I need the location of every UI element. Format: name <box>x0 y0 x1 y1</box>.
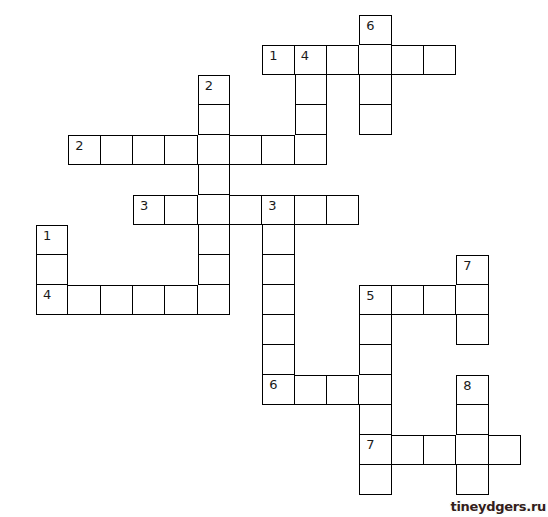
cell-r12c9[interactable] <box>327 375 359 405</box>
cell-r6c5[interactable] <box>198 195 230 225</box>
watermark: tineydgers.ru <box>451 499 547 514</box>
clue-number-8: 8 <box>463 379 471 392</box>
cell-r8c7[interactable] <box>262 255 294 285</box>
cell-r3c5[interactable] <box>198 105 230 135</box>
cell-r6c9[interactable] <box>327 195 359 225</box>
cell-r7c7[interactable] <box>262 225 294 255</box>
cell-r12c7[interactable]: 6 <box>262 375 294 405</box>
cell-r6c7[interactable]: 3 <box>262 195 294 225</box>
clue-number-7: 7 <box>463 259 471 272</box>
cell-r13c10[interactable] <box>359 405 391 435</box>
cell-r9c0[interactable]: 4 <box>36 285 68 315</box>
clue-number-7: 7 <box>366 438 374 451</box>
clue-number-2: 2 <box>205 79 213 92</box>
cell-r1c12[interactable] <box>424 45 456 75</box>
cell-r14c12[interactable] <box>424 435 456 465</box>
cell-r6c6[interactable] <box>230 195 262 225</box>
cell-r14c11[interactable] <box>392 435 424 465</box>
cell-r14c10[interactable]: 7 <box>359 435 391 465</box>
clue-number-6: 6 <box>366 19 374 32</box>
cell-r10c10[interactable] <box>359 315 391 345</box>
cell-r4c8[interactable] <box>295 135 327 165</box>
cell-r9c1[interactable] <box>68 285 100 315</box>
clue-number-4: 4 <box>43 288 51 301</box>
cell-r2c5[interactable]: 2 <box>198 75 230 105</box>
cell-r2c8[interactable] <box>295 75 327 105</box>
cell-r1c10[interactable] <box>359 45 391 75</box>
cell-r10c13[interactable] <box>456 315 488 345</box>
cell-r8c5[interactable] <box>198 255 230 285</box>
cell-r9c2[interactable] <box>101 285 133 315</box>
clue-number-6: 6 <box>269 378 277 391</box>
cell-r4c5[interactable] <box>198 135 230 165</box>
cell-r1c7[interactable]: 1 <box>262 45 294 75</box>
cell-r11c10[interactable] <box>359 345 391 375</box>
cell-r1c8[interactable]: 4 <box>295 45 327 75</box>
cell-r2c10[interactable] <box>359 75 391 105</box>
cell-r8c13[interactable]: 7 <box>456 255 488 285</box>
clue-number-1: 1 <box>269 49 277 62</box>
cell-r6c4[interactable] <box>165 195 197 225</box>
crossword-page: 61422331745687 tineydgers.ru <box>0 0 548 517</box>
cell-r4c1[interactable]: 2 <box>68 135 100 165</box>
cell-r9c5[interactable] <box>198 285 230 315</box>
cell-r9c11[interactable] <box>392 285 424 315</box>
cell-r4c2[interactable] <box>101 135 133 165</box>
cell-r7c0[interactable]: 1 <box>36 225 68 255</box>
clue-number-2: 2 <box>75 139 83 152</box>
cell-r15c10[interactable] <box>359 465 391 495</box>
crossword-board: 61422331745687 <box>36 15 521 495</box>
clue-number-1: 1 <box>43 229 51 242</box>
cell-r12c10[interactable] <box>359 375 391 405</box>
cell-r6c8[interactable] <box>295 195 327 225</box>
clue-number-3: 3 <box>268 199 276 212</box>
clue-number-4: 4 <box>301 49 309 62</box>
cell-r4c7[interactable] <box>262 135 294 165</box>
cell-r11c7[interactable] <box>262 345 294 375</box>
cell-r15c13[interactable] <box>456 465 488 495</box>
cell-r9c13[interactable] <box>456 285 488 315</box>
cell-r10c7[interactable] <box>262 315 294 345</box>
cell-r13c13[interactable] <box>456 405 488 435</box>
cell-r12c8[interactable] <box>295 375 327 405</box>
cell-r14c13[interactable] <box>456 435 488 465</box>
cell-r1c11[interactable] <box>392 45 424 75</box>
cell-r3c10[interactable] <box>359 105 391 135</box>
clue-number-5: 5 <box>366 289 374 302</box>
cell-r1c9[interactable] <box>327 45 359 75</box>
cell-r4c3[interactable] <box>133 135 165 165</box>
cell-r3c8[interactable] <box>295 105 327 135</box>
cell-r14c14[interactable] <box>489 435 521 465</box>
cell-r12c13[interactable]: 8 <box>456 375 488 405</box>
cell-r6c3[interactable]: 3 <box>133 195 165 225</box>
cell-r0c10[interactable]: 6 <box>359 15 391 45</box>
cell-r7c5[interactable] <box>198 225 230 255</box>
cell-r9c4[interactable] <box>165 285 197 315</box>
cell-r4c4[interactable] <box>165 135 197 165</box>
cell-r9c7[interactable] <box>262 285 294 315</box>
cell-r9c12[interactable] <box>424 285 456 315</box>
cell-r9c10[interactable]: 5 <box>359 285 391 315</box>
cell-r5c5[interactable] <box>198 165 230 195</box>
clue-number-3: 3 <box>140 199 148 212</box>
cell-r9c3[interactable] <box>133 285 165 315</box>
cell-r4c6[interactable] <box>230 135 262 165</box>
cell-r8c0[interactable] <box>36 255 68 285</box>
